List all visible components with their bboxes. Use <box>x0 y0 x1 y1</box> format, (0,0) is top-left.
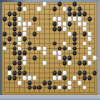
star-point <box>49 18 51 20</box>
white-stone <box>22 7 27 12</box>
black-stone <box>67 22 72 27</box>
black-stone <box>52 7 57 12</box>
white-stone <box>2 46 7 51</box>
black-stone <box>87 17 92 22</box>
white-stone <box>67 85 72 90</box>
white-stone <box>62 27 67 32</box>
black-stone <box>87 75 92 80</box>
black-stone <box>37 85 42 90</box>
black-stone <box>2 17 7 22</box>
white-stone <box>22 61 27 66</box>
status-bar <box>0 95 100 100</box>
white-stone <box>92 56 97 61</box>
white-stone <box>37 27 42 32</box>
white-stone <box>37 7 42 12</box>
black-stone <box>32 17 37 22</box>
white-stone <box>42 51 47 56</box>
black-stone <box>32 56 37 61</box>
app-window <box>0 0 100 100</box>
star-point <box>19 77 21 79</box>
white-stone <box>27 22 32 27</box>
black-stone <box>72 51 77 56</box>
white-stone <box>82 41 87 46</box>
white-stone <box>72 75 77 80</box>
white-stone <box>42 61 47 66</box>
black-stone <box>22 36 27 41</box>
black-stone <box>2 31 7 36</box>
white-stone <box>17 80 22 85</box>
white-stone <box>32 75 37 80</box>
black-stone <box>72 2 77 7</box>
white-stone <box>42 2 47 7</box>
white-stone <box>87 36 92 41</box>
white-stone <box>87 61 92 66</box>
black-stone <box>57 2 62 7</box>
star-point <box>49 48 51 50</box>
star-point <box>79 48 81 50</box>
black-stone <box>62 75 67 80</box>
black-stone <box>7 36 12 41</box>
star-point <box>49 77 51 79</box>
black-stone <box>52 41 57 46</box>
star-point <box>79 77 81 79</box>
white-stone <box>67 61 72 66</box>
black-stone <box>12 75 17 80</box>
black-stone <box>32 31 37 36</box>
go-board[interactable] <box>2 2 97 95</box>
white-stone <box>77 80 82 85</box>
black-stone <box>92 71 97 76</box>
white-stone <box>87 51 92 56</box>
black-stone <box>82 12 87 17</box>
white-stone <box>82 85 87 90</box>
